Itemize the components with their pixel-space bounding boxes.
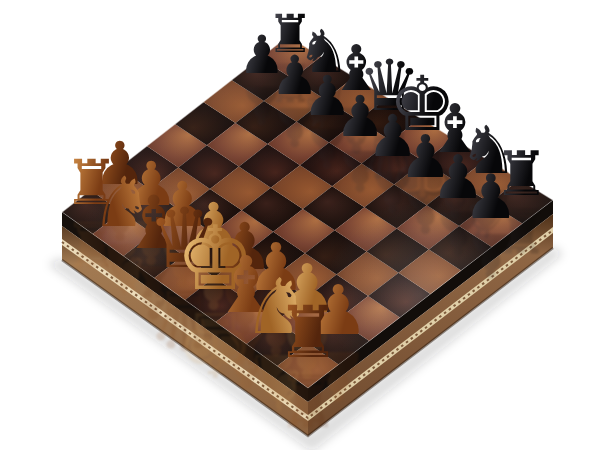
reflection-black-p-h7: ♟ [463,224,518,285]
chess-set-photo: ♜♜♞♞♟♟♝♝♟♟♛♛♟♟♚♚♟♟♝♝♟♟♞♞♟♟♟♟♜♜♟♟♟♟♜♜♟♟♟♟… [0,0,600,450]
piece-white-rook-h1[interactable]: ♜ [276,297,340,368]
reflection-white-r-h1: ♜ [276,364,340,435]
piece-black-pawn-h7[interactable]: ♟ [463,166,518,227]
